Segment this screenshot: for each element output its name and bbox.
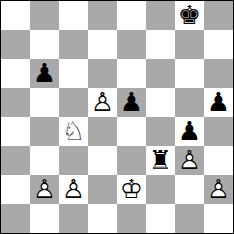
pawn-icon: ♙ xyxy=(59,175,88,204)
square-c8[interactable] xyxy=(59,1,88,30)
square-d8[interactable] xyxy=(88,1,117,30)
king-icon: ♔ xyxy=(117,175,146,204)
pawn-icon: ♙ xyxy=(30,175,59,204)
square-a8[interactable] xyxy=(1,1,30,30)
square-h6[interactable] xyxy=(204,59,233,88)
square-a7[interactable] xyxy=(1,30,30,59)
square-d7[interactable] xyxy=(88,30,117,59)
piece-white-pawn-b2: ♟♙ xyxy=(30,175,59,204)
square-f7[interactable] xyxy=(146,30,175,59)
piece-white-knight-c4: ♞♘ xyxy=(59,117,88,146)
piece-black-pawn-b6: ♟ xyxy=(30,59,59,88)
square-c4[interactable]: ♞♘ xyxy=(59,117,88,146)
square-e6[interactable] xyxy=(117,59,146,88)
piece-black-rook-f3: ♜ xyxy=(146,146,175,175)
piece-black-pawn-h5: ♟ xyxy=(204,88,233,117)
square-e8[interactable] xyxy=(117,1,146,30)
square-b6[interactable]: ♟ xyxy=(30,59,59,88)
square-e5[interactable]: ♟ xyxy=(117,88,146,117)
pawn-icon: ♟ xyxy=(30,59,59,88)
piece-black-pawn-g4: ♟ xyxy=(175,117,204,146)
knight-icon: ♞ xyxy=(59,117,88,146)
square-g1[interactable] xyxy=(175,204,204,233)
square-h1[interactable] xyxy=(204,204,233,233)
square-d5[interactable]: ♟♙ xyxy=(88,88,117,117)
knight-icon: ♘ xyxy=(59,117,88,146)
square-g3[interactable]: ♟♙ xyxy=(175,146,204,175)
square-h8[interactable] xyxy=(204,1,233,30)
pawn-icon: ♙ xyxy=(175,146,204,175)
square-d4[interactable] xyxy=(88,117,117,146)
square-f8[interactable] xyxy=(146,1,175,30)
square-b7[interactable] xyxy=(30,30,59,59)
pawn-icon: ♟ xyxy=(117,88,146,117)
square-h2[interactable]: ♟♙ xyxy=(204,175,233,204)
rook-icon: ♜ xyxy=(146,146,175,175)
piece-white-pawn-h2: ♟♙ xyxy=(204,175,233,204)
square-b1[interactable] xyxy=(30,204,59,233)
piece-white-pawn-d5: ♟♙ xyxy=(88,88,117,117)
square-a3[interactable] xyxy=(1,146,30,175)
pawn-icon: ♟ xyxy=(204,88,233,117)
square-f5[interactable] xyxy=(146,88,175,117)
square-f4[interactable] xyxy=(146,117,175,146)
piece-white-pawn-c2: ♟♙ xyxy=(59,175,88,204)
square-h3[interactable] xyxy=(204,146,233,175)
king-icon: ♚ xyxy=(175,1,204,30)
square-c6[interactable] xyxy=(59,59,88,88)
square-a4[interactable] xyxy=(1,117,30,146)
square-g8[interactable]: ♚ xyxy=(175,1,204,30)
square-b3[interactable] xyxy=(30,146,59,175)
square-d1[interactable] xyxy=(88,204,117,233)
piece-white-king-e2: ♚♔ xyxy=(117,175,146,204)
square-g6[interactable] xyxy=(175,59,204,88)
square-f1[interactable] xyxy=(146,204,175,233)
piece-white-pawn-g3: ♟♙ xyxy=(175,146,204,175)
square-g4[interactable]: ♟ xyxy=(175,117,204,146)
square-h5[interactable]: ♟ xyxy=(204,88,233,117)
square-b4[interactable] xyxy=(30,117,59,146)
pawn-icon: ♟ xyxy=(59,175,88,204)
square-c1[interactable] xyxy=(59,204,88,233)
square-d3[interactable] xyxy=(88,146,117,175)
square-e2[interactable]: ♚♔ xyxy=(117,175,146,204)
square-e7[interactable] xyxy=(117,30,146,59)
piece-black-pawn-e5: ♟ xyxy=(117,88,146,117)
square-h4[interactable] xyxy=(204,117,233,146)
square-d6[interactable] xyxy=(88,59,117,88)
square-g5[interactable] xyxy=(175,88,204,117)
pawn-icon: ♙ xyxy=(204,175,233,204)
square-b2[interactable]: ♟♙ xyxy=(30,175,59,204)
square-e3[interactable] xyxy=(117,146,146,175)
pawn-icon: ♟ xyxy=(175,117,204,146)
square-g7[interactable] xyxy=(175,30,204,59)
pawn-icon: ♙ xyxy=(88,88,117,117)
pawn-icon: ♟ xyxy=(88,88,117,117)
square-c7[interactable] xyxy=(59,30,88,59)
square-f2[interactable] xyxy=(146,175,175,204)
square-d2[interactable] xyxy=(88,175,117,204)
square-g2[interactable] xyxy=(175,175,204,204)
square-c2[interactable]: ♟♙ xyxy=(59,175,88,204)
square-e1[interactable] xyxy=(117,204,146,233)
king-icon: ♚ xyxy=(117,175,146,204)
pawn-icon: ♟ xyxy=(30,175,59,204)
square-a1[interactable] xyxy=(1,204,30,233)
square-a6[interactable] xyxy=(1,59,30,88)
square-e4[interactable] xyxy=(117,117,146,146)
chess-diagram: ♚♟♟♙♟♟♞♘♟♜♟♙♟♙♟♙♚♔♟♙ xyxy=(0,0,234,234)
square-b8[interactable] xyxy=(30,1,59,30)
square-c5[interactable] xyxy=(59,88,88,117)
square-f3[interactable]: ♜ xyxy=(146,146,175,175)
square-h7[interactable] xyxy=(204,30,233,59)
pawn-icon: ♟ xyxy=(204,175,233,204)
chessboard-grid: ♚♟♟♙♟♟♞♘♟♜♟♙♟♙♟♙♚♔♟♙ xyxy=(0,0,234,234)
square-a2[interactable] xyxy=(1,175,30,204)
piece-black-king-g8: ♚ xyxy=(175,1,204,30)
square-a5[interactable] xyxy=(1,88,30,117)
square-c3[interactable] xyxy=(59,146,88,175)
square-f6[interactable] xyxy=(146,59,175,88)
square-b5[interactable] xyxy=(30,88,59,117)
pawn-icon: ♟ xyxy=(175,146,204,175)
